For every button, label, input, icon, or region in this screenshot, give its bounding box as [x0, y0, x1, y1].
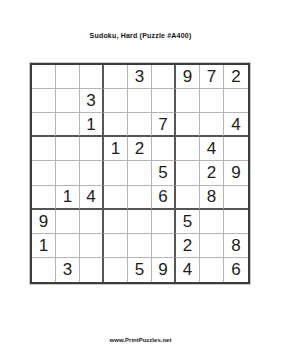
cell-r7c1: 9	[32, 210, 56, 234]
cell-r6c1	[32, 186, 56, 210]
cell-r3c7	[176, 113, 200, 137]
cell-r5c2	[56, 161, 80, 185]
cell-r4c4: 1	[104, 137, 128, 161]
cell-r3c5	[128, 113, 152, 137]
cell-r4c9	[224, 137, 248, 161]
cell-r5c3	[80, 161, 104, 185]
cell-r6c9	[224, 186, 248, 210]
cell-r8c1: 1	[32, 234, 56, 258]
cell-r1c9: 2	[224, 65, 248, 89]
puzzle-title: Sudoku, Hard (Puzzle #A400)	[0, 32, 281, 39]
cell-r7c8	[200, 210, 224, 234]
cell-r9c9: 6	[224, 258, 248, 282]
cell-r4c5: 2	[128, 137, 152, 161]
sudoku-board: 3972317412452914689512835946	[30, 63, 250, 284]
cell-r1c1	[32, 65, 56, 89]
cell-r4c2	[56, 137, 80, 161]
cell-r1c6	[152, 65, 176, 89]
cell-r8c4	[104, 234, 128, 258]
cell-r2c6	[152, 89, 176, 113]
cell-r4c7	[176, 137, 200, 161]
cell-r7c5	[128, 210, 152, 234]
cell-r6c7	[176, 186, 200, 210]
cell-r2c3: 3	[80, 89, 104, 113]
cell-r6c3: 4	[80, 186, 104, 210]
cell-r2c4	[104, 89, 128, 113]
cell-r1c8: 7	[200, 65, 224, 89]
cell-r3c3: 1	[80, 113, 104, 137]
cell-r2c7	[176, 89, 200, 113]
cell-r7c2	[56, 210, 80, 234]
cell-r9c7: 4	[176, 258, 200, 282]
cell-r5c8: 2	[200, 161, 224, 185]
cell-r6c8: 8	[200, 186, 224, 210]
cell-r2c1	[32, 89, 56, 113]
cell-r8c9: 8	[224, 234, 248, 258]
cell-r9c2: 3	[56, 258, 80, 282]
cell-r2c9	[224, 89, 248, 113]
cell-r7c7: 5	[176, 210, 200, 234]
cell-r8c5	[128, 234, 152, 258]
cell-r3c1	[32, 113, 56, 137]
cell-r5c4	[104, 161, 128, 185]
cell-r5c7	[176, 161, 200, 185]
cell-r2c8	[200, 89, 224, 113]
cell-r8c2	[56, 234, 80, 258]
cell-r1c4	[104, 65, 128, 89]
cell-r3c6: 7	[152, 113, 176, 137]
cell-r9c6: 9	[152, 258, 176, 282]
cell-r9c1	[32, 258, 56, 282]
cell-r7c4	[104, 210, 128, 234]
cell-r5c9: 9	[224, 161, 248, 185]
site-credit: www.PrintPuzzles.net	[0, 337, 281, 343]
cell-r4c8: 4	[200, 137, 224, 161]
cell-r6c6: 6	[152, 186, 176, 210]
puzzle-page: Sudoku, Hard (Puzzle #A400) 397231741245…	[0, 0, 281, 363]
cell-r7c9	[224, 210, 248, 234]
cell-r6c5	[128, 186, 152, 210]
cell-r3c2	[56, 113, 80, 137]
cell-r3c9: 4	[224, 113, 248, 137]
cell-r4c3	[80, 137, 104, 161]
cell-r1c7: 9	[176, 65, 200, 89]
cell-r6c2: 1	[56, 186, 80, 210]
cell-r3c4	[104, 113, 128, 137]
cell-r1c3	[80, 65, 104, 89]
cell-r8c8	[200, 234, 224, 258]
cell-r7c3	[80, 210, 104, 234]
cell-r9c4	[104, 258, 128, 282]
cell-r2c2	[56, 89, 80, 113]
cell-r2c5	[128, 89, 152, 113]
cell-r5c5	[128, 161, 152, 185]
cell-r9c5: 5	[128, 258, 152, 282]
cell-r5c1	[32, 161, 56, 185]
cell-r8c3	[80, 234, 104, 258]
cell-r4c6	[152, 137, 176, 161]
cell-r5c6: 5	[152, 161, 176, 185]
cell-r1c2	[56, 65, 80, 89]
cell-r8c6	[152, 234, 176, 258]
cell-r9c3	[80, 258, 104, 282]
cell-r8c7: 2	[176, 234, 200, 258]
cell-r4c1	[32, 137, 56, 161]
cell-r3c8	[200, 113, 224, 137]
cell-r9c8	[200, 258, 224, 282]
cell-r7c6	[152, 210, 176, 234]
cell-r6c4	[104, 186, 128, 210]
cell-r1c5: 3	[128, 65, 152, 89]
